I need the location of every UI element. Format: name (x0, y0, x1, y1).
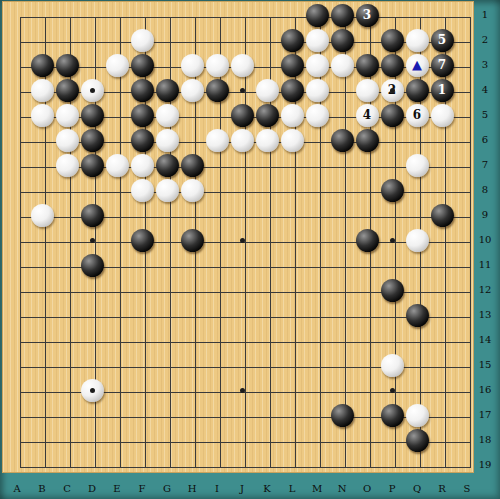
column-label-K: K (257, 483, 277, 494)
black-stone-Q13 (406, 304, 429, 327)
black-stone-D11 (81, 254, 104, 277)
black-stone-F6 (131, 129, 154, 152)
black-stone-D5 (81, 104, 104, 127)
white-stone-M3 (306, 54, 329, 77)
row-label-1: 1 (472, 9, 498, 21)
column-label-S: S (457, 483, 477, 494)
black-stone-N6 (331, 129, 354, 152)
row-label-16: 16 (472, 384, 498, 396)
white-stone-O5: 4 (356, 104, 379, 127)
column-label-E: E (107, 483, 127, 494)
black-stone-N2 (331, 29, 354, 52)
column-label-H: H (182, 483, 202, 494)
black-stone-F4 (131, 79, 154, 102)
row-label-18: 18 (472, 434, 498, 446)
black-stone-D6 (81, 129, 104, 152)
white-stone-I6 (206, 129, 229, 152)
white-stone-E7 (106, 154, 129, 177)
black-stone-O6 (356, 129, 379, 152)
white-stone-G6 (156, 129, 179, 152)
black-stone-R9 (431, 204, 454, 227)
row-label-9: 9 (472, 209, 498, 221)
column-label-O: O (357, 483, 377, 494)
star-point-P4 (390, 88, 395, 93)
move-number-6: 6 (413, 109, 421, 121)
row-label-13: 13 (472, 309, 498, 321)
move-number-4: 4 (363, 109, 371, 121)
white-stone-K6 (256, 129, 279, 152)
row-label-15: 15 (472, 359, 498, 371)
white-stone-R5 (431, 104, 454, 127)
black-stone-F3 (131, 54, 154, 77)
black-stone-R3: 7 (431, 54, 454, 77)
column-label-D: D (82, 483, 102, 494)
row-label-2: 2 (472, 34, 498, 46)
row-label-11: 11 (472, 259, 498, 271)
white-stone-Q10 (406, 229, 429, 252)
column-label-F: F (132, 483, 152, 494)
black-stone-G7 (156, 154, 179, 177)
black-stone-P5 (381, 104, 404, 127)
white-stone-J6 (231, 129, 254, 152)
column-label-R: R (432, 483, 452, 494)
black-stone-C4 (56, 79, 79, 102)
white-stone-M5 (306, 104, 329, 127)
white-stone-E3 (106, 54, 129, 77)
row-label-6: 6 (472, 134, 498, 146)
column-label-L: L (282, 483, 302, 494)
black-stone-I4 (206, 79, 229, 102)
black-stone-N17 (331, 404, 354, 427)
move-number-3: 3 (363, 9, 371, 21)
black-stone-O10 (356, 229, 379, 252)
white-stone-B5 (31, 104, 54, 127)
white-stone-K4 (256, 79, 279, 102)
column-label-N: N (332, 483, 352, 494)
white-stone-I3 (206, 54, 229, 77)
black-stone-M1 (306, 4, 329, 27)
white-stone-Q2 (406, 29, 429, 52)
white-stone-B4 (31, 79, 54, 102)
column-label-B: B (32, 483, 52, 494)
white-stone-Q7 (406, 154, 429, 177)
white-stone-O4 (356, 79, 379, 102)
white-stone-F2 (131, 29, 154, 52)
white-stone-H4 (181, 79, 204, 102)
move-number-1: 1 (438, 84, 446, 96)
black-stone-O3 (356, 54, 379, 77)
row-label-14: 14 (472, 334, 498, 346)
black-stone-L3 (281, 54, 304, 77)
row-label-4: 4 (472, 84, 498, 96)
black-stone-P12 (381, 279, 404, 302)
column-label-I: I (207, 483, 227, 494)
column-label-Q: Q (407, 483, 427, 494)
white-stone-C5 (56, 104, 79, 127)
column-label-J: J (232, 483, 252, 494)
triangle-marker-icon: ▲ (412, 58, 422, 71)
star-point-D4 (90, 88, 95, 93)
white-stone-F8 (131, 179, 154, 202)
star-point-P16 (390, 388, 395, 393)
star-point-J10 (240, 238, 245, 243)
column-label-A: A (7, 483, 27, 494)
white-stone-M4 (306, 79, 329, 102)
black-stone-C3 (56, 54, 79, 77)
row-label-5: 5 (472, 109, 498, 121)
star-point-D16 (90, 388, 95, 393)
white-stone-H3 (181, 54, 204, 77)
column-label-P: P (382, 483, 402, 494)
white-stone-G5 (156, 104, 179, 127)
black-stone-Q18 (406, 429, 429, 452)
move-number-5: 5 (438, 34, 446, 46)
white-stone-M2 (306, 29, 329, 52)
black-stone-N1 (331, 4, 354, 27)
black-stone-P2 (381, 29, 404, 52)
star-point-D10 (90, 238, 95, 243)
white-stone-C6 (56, 129, 79, 152)
black-stone-Q4 (406, 79, 429, 102)
white-stone-L6 (281, 129, 304, 152)
black-stone-P17 (381, 404, 404, 427)
white-stone-Q5: 6 (406, 104, 429, 127)
column-label-M: M (307, 483, 327, 494)
row-label-12: 12 (472, 284, 498, 296)
column-label-G: G (157, 483, 177, 494)
black-stone-R2: 5 (431, 29, 454, 52)
black-stone-H7 (181, 154, 204, 177)
white-stone-Q3: ▲ (406, 54, 429, 77)
move-number-7: 7 (438, 59, 446, 71)
white-stone-G8 (156, 179, 179, 202)
star-point-P10 (390, 238, 395, 243)
black-stone-P8 (381, 179, 404, 202)
black-stone-D9 (81, 204, 104, 227)
black-stone-O1: 3 (356, 4, 379, 27)
row-label-17: 17 (472, 409, 498, 421)
row-label-3: 3 (472, 59, 498, 71)
white-stone-J3 (231, 54, 254, 77)
black-stone-H10 (181, 229, 204, 252)
white-stone-C7 (56, 154, 79, 177)
row-label-10: 10 (472, 234, 498, 246)
black-stone-L4 (281, 79, 304, 102)
row-label-19: 19 (472, 459, 498, 471)
white-stone-N3 (331, 54, 354, 77)
go-diagram: ABCDEFGHIJKLMNOPQRS123456789101112131415… (0, 0, 500, 499)
white-stone-H8 (181, 179, 204, 202)
black-stone-K5 (256, 104, 279, 127)
black-stone-R4: 1 (431, 79, 454, 102)
row-label-7: 7 (472, 159, 498, 171)
black-stone-D7 (81, 154, 104, 177)
row-label-8: 8 (472, 184, 498, 196)
black-stone-P3 (381, 54, 404, 77)
black-stone-J5 (231, 104, 254, 127)
white-stone-Q17 (406, 404, 429, 427)
black-stone-B3 (31, 54, 54, 77)
star-point-J4 (240, 88, 245, 93)
star-point-J16 (240, 388, 245, 393)
black-stone-F5 (131, 104, 154, 127)
white-stone-F7 (131, 154, 154, 177)
black-stone-L2 (281, 29, 304, 52)
black-stone-F10 (131, 229, 154, 252)
white-stone-B9 (31, 204, 54, 227)
white-stone-P15 (381, 354, 404, 377)
black-stone-G4 (156, 79, 179, 102)
column-label-C: C (57, 483, 77, 494)
white-stone-L5 (281, 104, 304, 127)
